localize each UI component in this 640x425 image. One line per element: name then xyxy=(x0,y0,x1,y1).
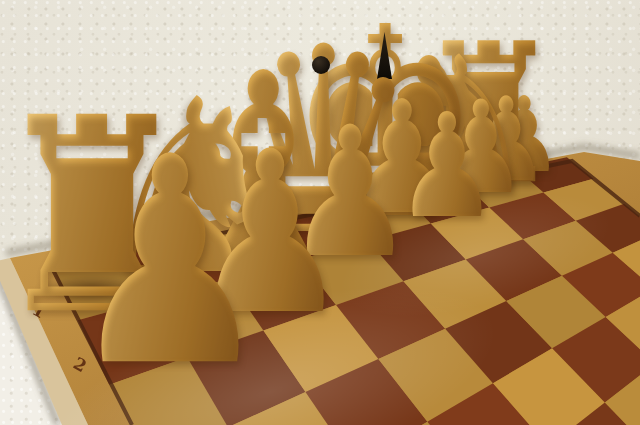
pieces-layer: ♜♞♝♛♚♝♞♜♟♟♟♟♟♟♟♟ xyxy=(0,0,640,425)
chess-set-photo: 12 ♜♞♝♛♚♝♞♜♟♟♟♟♟♟♟♟ xyxy=(0,0,640,425)
piece-white-pawn-a2: ♟ xyxy=(67,119,272,405)
